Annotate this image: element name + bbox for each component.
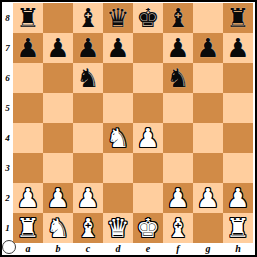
square-c4[interactable] (73, 123, 103, 153)
rank-label-8: 8 (2, 3, 13, 33)
square-f7[interactable]: ♟ (163, 33, 193, 63)
square-a1[interactable]: ♜ (13, 213, 43, 243)
white-queen-d1[interactable]: ♛ (106, 213, 129, 243)
square-a8[interactable]: ♜ (13, 3, 43, 33)
white-pawn-a2[interactable]: ♟ (16, 183, 39, 213)
square-e5[interactable] (133, 93, 163, 123)
white-pawn-b2[interactable]: ♟ (46, 183, 69, 213)
square-a7[interactable]: ♟ (13, 33, 43, 63)
white-pawn-h2[interactable]: ♟ (226, 183, 249, 213)
white-to-move-indicator (2, 240, 16, 254)
square-a6[interactable] (13, 63, 43, 93)
file-label-g: g (193, 243, 223, 256)
rank-label-6: 6 (2, 63, 13, 93)
square-d5[interactable] (103, 93, 133, 123)
square-e7[interactable] (133, 33, 163, 63)
square-b7[interactable]: ♟ (43, 33, 73, 63)
file-label-c: c (73, 243, 103, 256)
black-pawn-b7[interactable]: ♟ (46, 33, 69, 63)
square-h4[interactable] (223, 123, 253, 153)
square-h1[interactable]: ♜ (223, 213, 253, 243)
square-h7[interactable]: ♟ (223, 33, 253, 63)
square-g8[interactable] (193, 3, 223, 33)
rank-labels: 87654321 (2, 3, 13, 243)
square-h3[interactable] (223, 153, 253, 183)
square-d8[interactable]: ♛ (103, 3, 133, 33)
square-g3[interactable] (193, 153, 223, 183)
file-label-d: d (103, 243, 133, 256)
square-d3[interactable] (103, 153, 133, 183)
square-e8[interactable]: ♚ (133, 3, 163, 33)
white-rook-h1[interactable]: ♜ (226, 213, 249, 243)
square-d2[interactable] (103, 183, 133, 213)
square-c5[interactable] (73, 93, 103, 123)
square-g5[interactable] (193, 93, 223, 123)
black-bishop-c8[interactable]: ♝ (76, 3, 99, 33)
white-pawn-f2[interactable]: ♟ (166, 183, 189, 213)
square-b3[interactable] (43, 153, 73, 183)
square-a2[interactable]: ♟ (13, 183, 43, 213)
black-bishop-f8[interactable]: ♝ (166, 3, 189, 33)
file-label-a: a (13, 243, 43, 256)
square-e1[interactable]: ♚ (133, 213, 163, 243)
chess-board-diagram: 87654321 ♜♝♛♚♝♜♟♟♟♟♟♟♟♞♞♞♟♟♟♟♟♟♟♜♞♝♛♚♝♜ … (0, 0, 257, 257)
black-king-e8[interactable]: ♚ (136, 3, 159, 33)
square-d7[interactable]: ♟ (103, 33, 133, 63)
square-e6[interactable] (133, 63, 163, 93)
square-c8[interactable]: ♝ (73, 3, 103, 33)
square-d1[interactable]: ♛ (103, 213, 133, 243)
square-b5[interactable] (43, 93, 73, 123)
square-c7[interactable]: ♟ (73, 33, 103, 63)
white-pawn-g2[interactable]: ♟ (196, 183, 219, 213)
white-king-e1[interactable]: ♚ (136, 213, 159, 243)
square-f2[interactable]: ♟ (163, 183, 193, 213)
square-h5[interactable] (223, 93, 253, 123)
square-b8[interactable] (43, 3, 73, 33)
square-c1[interactable]: ♝ (73, 213, 103, 243)
square-g4[interactable] (193, 123, 223, 153)
white-knight-b1[interactable]: ♞ (46, 213, 69, 243)
square-b2[interactable]: ♟ (43, 183, 73, 213)
black-pawn-a7[interactable]: ♟ (16, 33, 39, 63)
square-f1[interactable]: ♝ (163, 213, 193, 243)
square-h8[interactable]: ♜ (223, 3, 253, 33)
white-knight-d4[interactable]: ♞ (106, 123, 129, 153)
white-bishop-c1[interactable]: ♝ (76, 213, 99, 243)
square-a5[interactable] (13, 93, 43, 123)
square-g1[interactable] (193, 213, 223, 243)
white-rook-a1[interactable]: ♜ (16, 213, 39, 243)
rank-label-5: 5 (2, 93, 13, 123)
file-label-b: b (43, 243, 73, 256)
file-labels: abcdefgh (13, 243, 253, 256)
black-pawn-c7[interactable]: ♟ (76, 33, 99, 63)
square-h6[interactable] (223, 63, 253, 93)
rank-label-4: 4 (2, 123, 13, 153)
black-rook-h8[interactable]: ♜ (226, 3, 249, 33)
square-h2[interactable]: ♟ (223, 183, 253, 213)
file-label-h: h (223, 243, 253, 256)
square-b4[interactable] (43, 123, 73, 153)
black-pawn-g7[interactable]: ♟ (196, 33, 219, 63)
square-e2[interactable] (133, 183, 163, 213)
white-pawn-e4[interactable]: ♟ (136, 123, 159, 153)
square-d4[interactable]: ♞ (103, 123, 133, 153)
rank-label-2: 2 (2, 183, 13, 213)
square-g2[interactable]: ♟ (193, 183, 223, 213)
square-c3[interactable] (73, 153, 103, 183)
square-c6[interactable]: ♞ (73, 63, 103, 93)
square-a3[interactable] (13, 153, 43, 183)
black-knight-c6[interactable]: ♞ (76, 63, 99, 93)
chess-board: ♜♝♛♚♝♜♟♟♟♟♟♟♟♞♞♞♟♟♟♟♟♟♟♜♞♝♛♚♝♜ (13, 3, 253, 243)
square-b1[interactable]: ♞ (43, 213, 73, 243)
rank-label-1: 1 (2, 213, 13, 243)
white-bishop-f1[interactable]: ♝ (166, 213, 189, 243)
square-f4[interactable] (163, 123, 193, 153)
black-pawn-d7[interactable]: ♟ (106, 33, 129, 63)
rank-label-3: 3 (2, 153, 13, 183)
square-c2[interactable]: ♟ (73, 183, 103, 213)
square-a4[interactable] (13, 123, 43, 153)
square-g7[interactable]: ♟ (193, 33, 223, 63)
file-label-f: f (163, 243, 193, 256)
black-queen-d8[interactable]: ♛ (106, 3, 129, 33)
white-pawn-c2[interactable]: ♟ (76, 183, 99, 213)
square-f3[interactable] (163, 153, 193, 183)
file-label-e: e (133, 243, 163, 256)
square-d6[interactable] (103, 63, 133, 93)
black-pawn-f7[interactable]: ♟ (166, 33, 189, 63)
square-g6[interactable] (193, 63, 223, 93)
black-pawn-h7[interactable]: ♟ (226, 33, 249, 63)
rank-label-7: 7 (2, 33, 13, 63)
square-e4[interactable]: ♟ (133, 123, 163, 153)
square-b6[interactable] (43, 63, 73, 93)
black-rook-a8[interactable]: ♜ (16, 3, 39, 33)
square-f8[interactable]: ♝ (163, 3, 193, 33)
square-f5[interactable] (163, 93, 193, 123)
square-f6[interactable]: ♞ (163, 63, 193, 93)
black-knight-f6[interactable]: ♞ (166, 63, 189, 93)
square-e3[interactable] (133, 153, 163, 183)
